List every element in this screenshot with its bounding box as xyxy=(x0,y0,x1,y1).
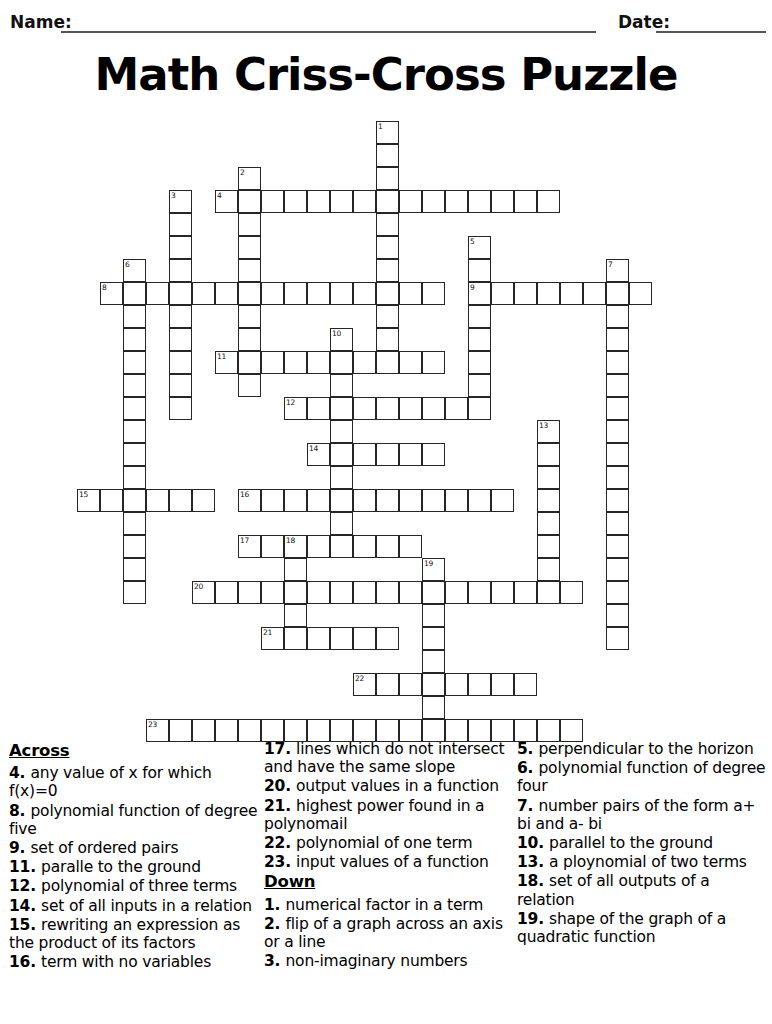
grid-cell-r24c13[interactable] xyxy=(376,673,399,696)
grid-cell-r16c7[interactable]: 16 xyxy=(238,489,261,512)
grid-cell-r11c11[interactable] xyxy=(330,374,353,397)
grid-cell-r16c0[interactable]: 15 xyxy=(77,489,100,512)
grid-cell-r26c21[interactable] xyxy=(560,719,583,742)
clue-23: 23. input values of a function xyxy=(264,853,512,871)
grid-cell-r12c4[interactable] xyxy=(169,397,192,420)
grid-cell-r1c13[interactable] xyxy=(376,144,399,167)
grid-cell-r3c15[interactable] xyxy=(422,190,445,213)
grid-cell-r14c14[interactable] xyxy=(399,443,422,466)
grid-cell-r7c23[interactable] xyxy=(606,282,629,305)
grid-cell-r20c8[interactable] xyxy=(261,581,284,604)
clue-number-label: 23 xyxy=(148,720,157,729)
grid-cell-r7c19[interactable] xyxy=(514,282,537,305)
grid-cell-r20c12[interactable] xyxy=(353,581,376,604)
grid-cell-r18c2[interactable] xyxy=(123,535,146,558)
grid-cell-r20c14[interactable] xyxy=(399,581,422,604)
clue-number-label: 5 xyxy=(470,237,474,246)
grid-cell-r7c5[interactable] xyxy=(192,282,215,305)
grid-cell-r3c19[interactable] xyxy=(514,190,537,213)
grid-cell-r16c4[interactable] xyxy=(169,489,192,512)
grid-cell-r21c9[interactable] xyxy=(284,604,307,627)
grid-cell-r18c9[interactable]: 18 xyxy=(284,535,307,558)
grid-cell-r14c11[interactable] xyxy=(330,443,353,466)
grid-cell-r16c2[interactable] xyxy=(123,489,146,512)
grid-cell-r19c2[interactable] xyxy=(123,558,146,581)
grid-cell-r20c16[interactable] xyxy=(445,581,468,604)
grid-cell-r6c13[interactable] xyxy=(376,259,399,282)
grid-cell-r16c23[interactable] xyxy=(606,489,629,512)
grid-cell-r12c12[interactable] xyxy=(353,397,376,420)
grid-cell-r8c17[interactable] xyxy=(468,305,491,328)
clue-number-label: 10 xyxy=(332,329,341,338)
grid-cell-r11c23[interactable] xyxy=(606,374,629,397)
clue-10: 10. parallel to the ground xyxy=(517,834,769,852)
grid-cell-r26c4[interactable] xyxy=(169,719,192,742)
grid-cell-r13c23[interactable] xyxy=(606,420,629,443)
clue-21: 21. highest power found in a polynomail xyxy=(264,797,512,833)
clue-13: 13. a ploynomial of two terms xyxy=(517,853,769,871)
grid-cell-r7c8[interactable] xyxy=(261,282,284,305)
grid-cell-r26c16[interactable] xyxy=(445,719,468,742)
clue-15: 15. rewriting an expression as the produ… xyxy=(9,916,259,952)
grid-cell-r20c21[interactable] xyxy=(560,581,583,604)
grid-cell-r7c18[interactable] xyxy=(491,282,514,305)
grid-cell-r6c23[interactable]: 7 xyxy=(606,259,629,282)
grid-cell-r2c7[interactable]: 2 xyxy=(238,167,261,190)
grid-cell-r7c10[interactable] xyxy=(307,282,330,305)
clue-number-label: 22 xyxy=(355,674,364,683)
grid-cell-r12c11[interactable] xyxy=(330,397,353,420)
grid-cell-r16c17[interactable] xyxy=(468,489,491,512)
grid-cell-r9c7[interactable] xyxy=(238,328,261,351)
grid-cell-r19c23[interactable] xyxy=(606,558,629,581)
clue-number-label: 9 xyxy=(470,283,474,292)
clue-11: 11. paralle to the ground xyxy=(9,858,259,876)
grid-cell-r14c12[interactable] xyxy=(353,443,376,466)
grid-cell-r10c15[interactable] xyxy=(422,351,445,374)
grid-cell-r15c11[interactable] xyxy=(330,466,353,489)
grid-cell-r26c5[interactable] xyxy=(192,719,215,742)
grid-cell-r8c13[interactable] xyxy=(376,305,399,328)
grid-cell-r10c13[interactable] xyxy=(376,351,399,374)
grid-cell-r16c9[interactable] xyxy=(284,489,307,512)
grid-cell-r14c23[interactable] xyxy=(606,443,629,466)
crossword-grid: 1234567891011121314151617181920212223 xyxy=(77,121,652,742)
grid-cell-r10c17[interactable] xyxy=(468,351,491,374)
grid-cell-r26c19[interactable] xyxy=(514,719,537,742)
grid-cell-r16c18[interactable] xyxy=(491,489,514,512)
grid-cell-r6c17[interactable] xyxy=(468,259,491,282)
grid-cell-r3c7[interactable] xyxy=(238,190,261,213)
grid-cell-r16c5[interactable] xyxy=(192,489,215,512)
clue-number-label: 15 xyxy=(79,490,88,499)
grid-cell-r16c1[interactable] xyxy=(100,489,123,512)
grid-cell-r20c13[interactable] xyxy=(376,581,399,604)
grid-cell-r20c5[interactable]: 20 xyxy=(192,581,215,604)
grid-cell-r7c14[interactable] xyxy=(399,282,422,305)
grid-cell-r20c17[interactable] xyxy=(468,581,491,604)
grid-cell-r18c13[interactable] xyxy=(376,535,399,558)
grid-cell-r9c23[interactable] xyxy=(606,328,629,351)
grid-cell-r6c4[interactable] xyxy=(169,259,192,282)
grid-cell-r10c9[interactable] xyxy=(284,351,307,374)
grid-cell-r24c12[interactable]: 22 xyxy=(353,673,376,696)
grid-cell-r3c11[interactable] xyxy=(330,190,353,213)
clue-number-label: 2 xyxy=(240,168,244,177)
grid-cell-r24c19[interactable] xyxy=(514,673,537,696)
grid-cell-r21c15[interactable] xyxy=(422,604,445,627)
grid-cell-r13c2[interactable] xyxy=(123,420,146,443)
grid-cell-r10c7[interactable] xyxy=(238,351,261,374)
grid-cell-r7c15[interactable] xyxy=(422,282,445,305)
grid-cell-r7c17[interactable]: 9 xyxy=(468,282,491,305)
grid-cell-r3c10[interactable] xyxy=(307,190,330,213)
clue-number-label: 20 xyxy=(194,582,203,591)
grid-cell-r8c23[interactable] xyxy=(606,305,629,328)
grid-cell-r12c16[interactable] xyxy=(445,397,468,420)
grid-cell-r9c17[interactable] xyxy=(468,328,491,351)
grid-cell-r20c23[interactable] xyxy=(606,581,629,604)
grid-cell-r22c9[interactable] xyxy=(284,627,307,650)
clue-2: 2. flip of a graph across an axis or a l… xyxy=(264,915,512,951)
grid-cell-r20c10[interactable] xyxy=(307,581,330,604)
grid-cell-r16c10[interactable] xyxy=(307,489,330,512)
grid-cell-r26c10[interactable] xyxy=(307,719,330,742)
grid-cell-r22c23[interactable] xyxy=(606,627,629,650)
clue-9: 9. set of ordered pairs xyxy=(9,839,259,857)
grid-cell-r10c6[interactable]: 11 xyxy=(215,351,238,374)
grid-cell-r16c20[interactable] xyxy=(537,489,560,512)
grid-cell-r22c15[interactable] xyxy=(422,627,445,650)
grid-cell-r20c9[interactable] xyxy=(284,581,307,604)
grid-cell-r7c1[interactable]: 8 xyxy=(100,282,123,305)
grid-cell-r21c23[interactable] xyxy=(606,604,629,627)
grid-cell-r10c8[interactable] xyxy=(261,351,284,374)
grid-cell-r7c3[interactable] xyxy=(146,282,169,305)
grid-cell-r16c14[interactable] xyxy=(399,489,422,512)
grid-cell-r19c9[interactable] xyxy=(284,558,307,581)
grid-cell-r17c11[interactable] xyxy=(330,512,353,535)
grid-cell-r26c7[interactable] xyxy=(238,719,261,742)
grid-cell-r9c11[interactable]: 10 xyxy=(330,328,353,351)
grid-cell-r10c11[interactable] xyxy=(330,351,353,374)
grid-cell-r26c13[interactable] xyxy=(376,719,399,742)
grid-cell-r4c4[interactable] xyxy=(169,213,192,236)
grid-cell-r26c20[interactable] xyxy=(537,719,560,742)
grid-cell-r24c16[interactable] xyxy=(445,673,468,696)
clue-number-label: 13 xyxy=(539,421,548,430)
clue-18: 18. set of all outputs of a relation xyxy=(517,872,769,908)
grid-cell-r10c14[interactable] xyxy=(399,351,422,374)
grid-cell-r16c16[interactable] xyxy=(445,489,468,512)
grid-cell-r7c24[interactable] xyxy=(629,282,652,305)
grid-cell-r10c4[interactable] xyxy=(169,351,192,374)
grid-cell-r26c15[interactable] xyxy=(422,719,445,742)
grid-cell-r3c13[interactable] xyxy=(376,190,399,213)
clue-6: 6. polynomial function of degree four xyxy=(517,759,769,795)
grid-cell-r3c4[interactable]: 3 xyxy=(169,190,192,213)
clue-number-label: 6 xyxy=(125,260,129,269)
grid-cell-r3c12[interactable] xyxy=(353,190,376,213)
grid-cell-r16c11[interactable] xyxy=(330,489,353,512)
clue-number-label: 4 xyxy=(217,191,221,200)
clue-22: 22. polynomial of one term xyxy=(264,834,512,852)
grid-cell-r22c10[interactable] xyxy=(307,627,330,650)
grid-cell-r20c2[interactable] xyxy=(123,581,146,604)
grid-cell-r3c16[interactable] xyxy=(445,190,468,213)
grid-cell-r26c8[interactable] xyxy=(261,719,284,742)
grid-cell-r24c17[interactable] xyxy=(468,673,491,696)
grid-cell-r7c13[interactable] xyxy=(376,282,399,305)
name-label: Name: xyxy=(10,12,72,32)
grid-cell-r14c20[interactable] xyxy=(537,443,560,466)
grid-cell-r10c23[interactable] xyxy=(606,351,629,374)
clue-4: 4. any value of x for which f(x)=0 xyxy=(9,764,259,800)
grid-cell-r20c20[interactable] xyxy=(537,581,560,604)
grid-cell-r18c12[interactable] xyxy=(353,535,376,558)
grid-cell-r7c21[interactable] xyxy=(560,282,583,305)
grid-cell-r22c12[interactable] xyxy=(353,627,376,650)
grid-cell-r7c6[interactable] xyxy=(215,282,238,305)
grid-cell-r15c23[interactable] xyxy=(606,466,629,489)
grid-cell-r12c2[interactable] xyxy=(123,397,146,420)
grid-cell-r24c14[interactable] xyxy=(399,673,422,696)
grid-cell-r11c4[interactable] xyxy=(169,374,192,397)
grid-cell-r8c4[interactable] xyxy=(169,305,192,328)
grid-cell-r14c15[interactable] xyxy=(422,443,445,466)
grid-cell-r22c8[interactable]: 21 xyxy=(261,627,284,650)
clue-number-label: 21 xyxy=(263,628,272,637)
clue-number-label: 3 xyxy=(171,191,175,200)
grid-cell-r12c9[interactable]: 12 xyxy=(284,397,307,420)
grid-cell-r16c12[interactable] xyxy=(353,489,376,512)
grid-cell-r3c14[interactable] xyxy=(399,190,422,213)
grid-cell-r17c2[interactable] xyxy=(123,512,146,535)
grid-cell-r7c9[interactable] xyxy=(284,282,307,305)
grid-cell-r7c20[interactable] xyxy=(537,282,560,305)
grid-cell-r12c10[interactable] xyxy=(307,397,330,420)
clue-number-label: 12 xyxy=(286,398,295,407)
grid-cell-r13c20[interactable]: 13 xyxy=(537,420,560,443)
grid-cell-r12c13[interactable] xyxy=(376,397,399,420)
clue-1: 1. numerical factor in a term xyxy=(264,896,512,914)
grid-cell-r20c18[interactable] xyxy=(491,581,514,604)
grid-cell-r3c8[interactable] xyxy=(261,190,284,213)
grid-cell-r26c18[interactable] xyxy=(491,719,514,742)
grid-cell-r8c7[interactable] xyxy=(238,305,261,328)
grid-cell-r16c8[interactable] xyxy=(261,489,284,512)
clue-number-label: 19 xyxy=(424,559,433,568)
grid-cell-r15c2[interactable] xyxy=(123,466,146,489)
grid-cell-r0c13[interactable]: 1 xyxy=(376,121,399,144)
grid-cell-r5c13[interactable] xyxy=(376,236,399,259)
grid-cell-r18c7[interactable]: 17 xyxy=(238,535,261,558)
grid-cell-r18c20[interactable] xyxy=(537,535,560,558)
clue-12: 12. polynomial of three terms xyxy=(9,877,259,895)
clue-number-label: 18 xyxy=(286,536,295,545)
worksheet-page: Name: Date: Math Criss-Cross Puzzle 1234… xyxy=(0,0,772,1024)
grid-cell-r26c17[interactable] xyxy=(468,719,491,742)
grid-cell-r12c15[interactable] xyxy=(422,397,445,420)
clue-number-label: 1 xyxy=(378,122,382,131)
clues-column-1: Across4. any value of x for which f(x)=0… xyxy=(9,740,259,972)
grid-cell-r16c15[interactable] xyxy=(422,489,445,512)
clue-number-label: 16 xyxy=(240,490,249,499)
grid-cell-r3c9[interactable] xyxy=(284,190,307,213)
grid-cell-r12c23[interactable] xyxy=(606,397,629,420)
grid-cell-r11c2[interactable] xyxy=(123,374,146,397)
grid-cell-r5c7[interactable] xyxy=(238,236,261,259)
grid-cell-r9c2[interactable] xyxy=(123,328,146,351)
clue-17: 17. lines which do not intersect and hav… xyxy=(264,740,512,776)
grid-cell-r26c9[interactable] xyxy=(284,719,307,742)
clues-column-2: 17. lines which do not intersect and hav… xyxy=(264,740,512,971)
grid-cell-r25c15[interactable] xyxy=(422,696,445,719)
grid-cell-r18c11[interactable] xyxy=(330,535,353,558)
grid-cell-r5c4[interactable] xyxy=(169,236,192,259)
clue-number-label: 17 xyxy=(240,536,249,545)
grid-cell-r7c2[interactable] xyxy=(123,282,146,305)
grid-cell-r26c14[interactable] xyxy=(399,719,422,742)
grid-cell-r3c6[interactable]: 4 xyxy=(215,190,238,213)
grid-cell-r15c20[interactable] xyxy=(537,466,560,489)
date-field[interactable] xyxy=(656,31,766,33)
grid-cell-r20c15[interactable] xyxy=(422,581,445,604)
grid-cell-r26c11[interactable] xyxy=(330,719,353,742)
grid-cell-r18c10[interactable] xyxy=(307,535,330,558)
grid-cell-r17c23[interactable] xyxy=(606,512,629,535)
clue-16: 16. term with no variables xyxy=(9,953,259,971)
down-clues-header: Down xyxy=(264,873,512,891)
clue-8: 8. polynomial function of degree five xyxy=(9,802,259,838)
clue-number-label: 11 xyxy=(217,352,226,361)
grid-cell-r10c10[interactable] xyxy=(307,351,330,374)
name-field[interactable] xyxy=(61,31,596,33)
grid-cell-r8c2[interactable] xyxy=(123,305,146,328)
grid-cell-r16c3[interactable] xyxy=(146,489,169,512)
grid-cell-r7c22[interactable] xyxy=(583,282,606,305)
grid-cell-r3c18[interactable] xyxy=(491,190,514,213)
grid-cell-r18c23[interactable] xyxy=(606,535,629,558)
grid-cell-r3c17[interactable] xyxy=(468,190,491,213)
grid-cell-r4c13[interactable] xyxy=(376,213,399,236)
grid-cell-r11c7[interactable] xyxy=(238,374,261,397)
grid-cell-r23c15[interactable] xyxy=(422,650,445,673)
grid-cell-r5c17[interactable]: 5 xyxy=(468,236,491,259)
clue-3: 3. non-imaginary numbers xyxy=(264,952,512,970)
grid-cell-r6c2[interactable]: 6 xyxy=(123,259,146,282)
grid-cell-r10c2[interactable] xyxy=(123,351,146,374)
grid-cell-r7c12[interactable] xyxy=(353,282,376,305)
grid-cell-r18c8[interactable] xyxy=(261,535,284,558)
grid-cell-r24c15[interactable] xyxy=(422,673,445,696)
grid-cell-r22c13[interactable] xyxy=(376,627,399,650)
grid-cell-r17c20[interactable] xyxy=(537,512,560,535)
grid-cell-r12c17[interactable] xyxy=(468,397,491,420)
grid-cell-r24c18[interactable] xyxy=(491,673,514,696)
grid-cell-r7c4[interactable] xyxy=(169,282,192,305)
grid-cell-r26c12[interactable] xyxy=(353,719,376,742)
clue-number-label: 7 xyxy=(608,260,612,269)
grid-cell-r18c14[interactable] xyxy=(399,535,422,558)
grid-cell-r6c7[interactable] xyxy=(238,259,261,282)
clue-19: 19. shape of the graph of a quadratic fu… xyxy=(517,910,769,946)
grid-cell-r12c14[interactable] xyxy=(399,397,422,420)
grid-cell-r4c7[interactable] xyxy=(238,213,261,236)
grid-cell-r26c3[interactable]: 23 xyxy=(146,719,169,742)
grid-cell-r14c10[interactable]: 14 xyxy=(307,443,330,466)
grid-cell-r20c11[interactable] xyxy=(330,581,353,604)
clue-5: 5. perpendicular to the horizon xyxy=(517,740,769,758)
grid-cell-r9c13[interactable] xyxy=(376,328,399,351)
grid-cell-r26c6[interactable] xyxy=(215,719,238,742)
clue-20: 20. output values in a function xyxy=(264,777,512,795)
grid-cell-r14c2[interactable] xyxy=(123,443,146,466)
clue-number-label: 14 xyxy=(309,444,318,453)
grid-cell-r20c7[interactable] xyxy=(238,581,261,604)
clue-7: 7. number pairs of the form a+ bi and a-… xyxy=(517,797,769,833)
grid-cell-r16c13[interactable] xyxy=(376,489,399,512)
grid-cell-r10c12[interactable] xyxy=(353,351,376,374)
grid-cell-r3c20[interactable] xyxy=(537,190,560,213)
grid-cell-r7c11[interactable] xyxy=(330,282,353,305)
grid-cell-r7c7[interactable] xyxy=(238,282,261,305)
grid-cell-r19c20[interactable] xyxy=(537,558,560,581)
grid-cell-r14c13[interactable] xyxy=(376,443,399,466)
grid-cell-r20c6[interactable] xyxy=(215,581,238,604)
clue-14: 14. set of all inputs in a relation xyxy=(9,897,259,915)
grid-cell-r2c13[interactable] xyxy=(376,167,399,190)
clues-column-3: 5. perpendicular to the horizon6. polyno… xyxy=(517,740,769,947)
grid-cell-r11c17[interactable] xyxy=(468,374,491,397)
across-clues-header: Across xyxy=(9,742,259,760)
date-label: Date: xyxy=(618,12,670,32)
grid-cell-r22c11[interactable] xyxy=(330,627,353,650)
clue-number-label: 8 xyxy=(102,283,106,292)
grid-cell-r20c19[interactable] xyxy=(514,581,537,604)
grid-cell-r19c15[interactable]: 19 xyxy=(422,558,445,581)
grid-cell-r9c4[interactable] xyxy=(169,328,192,351)
grid-cell-r13c11[interactable] xyxy=(330,420,353,443)
page-title: Math Criss-Cross Puzzle xyxy=(0,48,772,101)
